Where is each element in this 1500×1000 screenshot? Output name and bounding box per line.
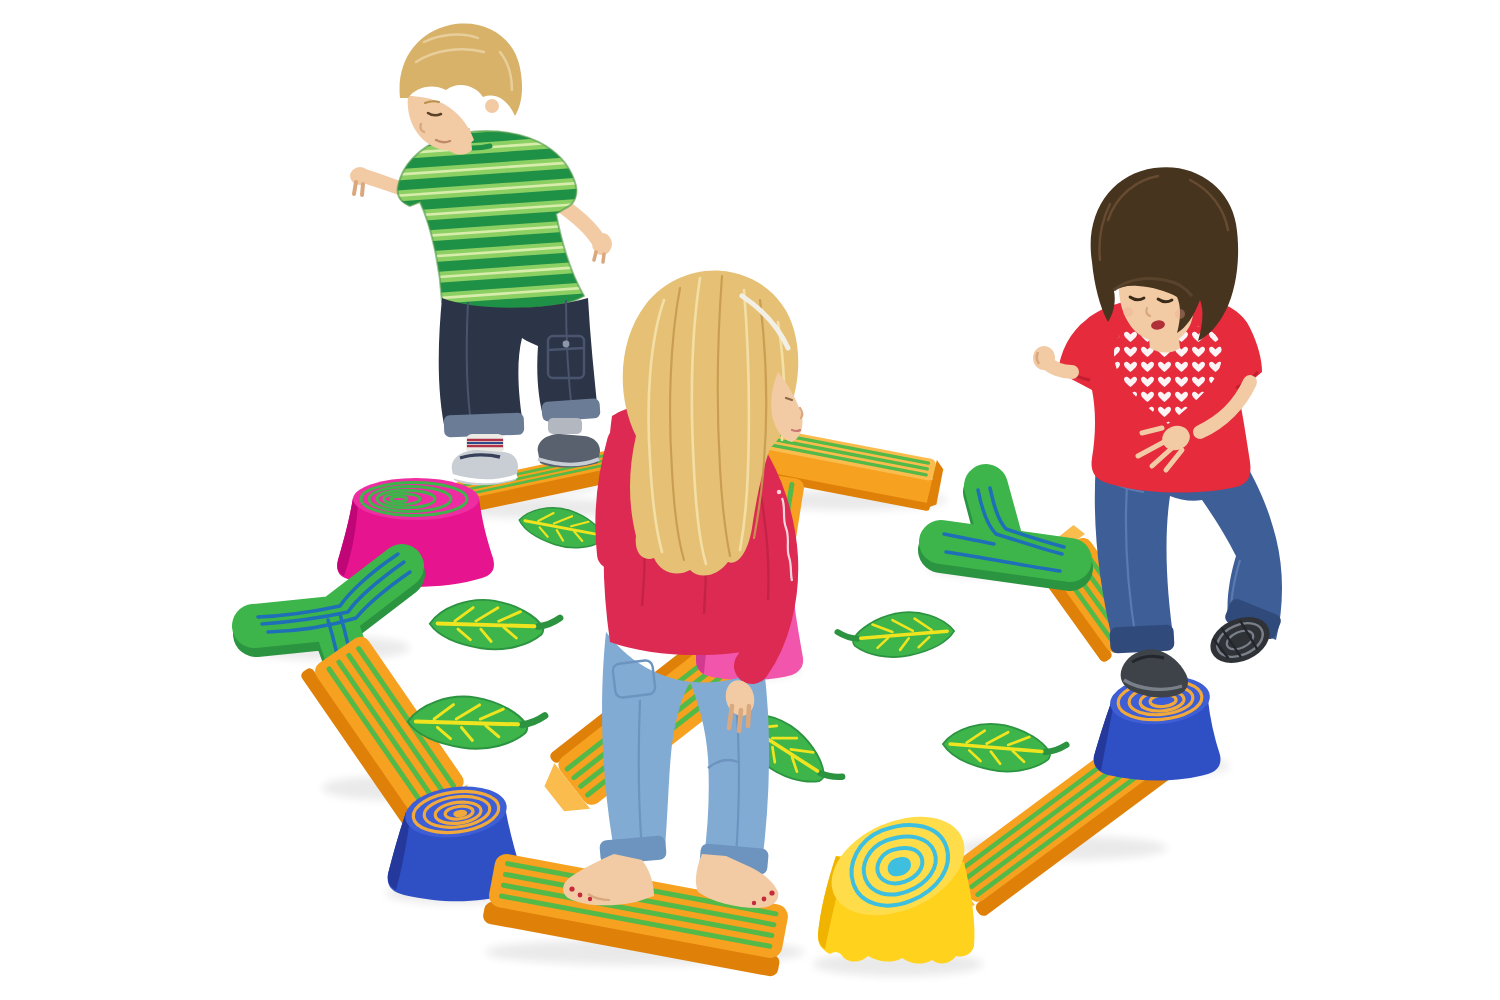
girl-right-left-fist [1033, 346, 1055, 370]
boy-ear [485, 99, 499, 113]
product-photo-canvas [0, 0, 1500, 1000]
balance-trail-scene [0, 0, 1500, 1000]
girl-right-cuff-left [1109, 624, 1174, 653]
boy-cuff-left [444, 413, 525, 438]
girl-center-mouth [792, 430, 800, 431]
